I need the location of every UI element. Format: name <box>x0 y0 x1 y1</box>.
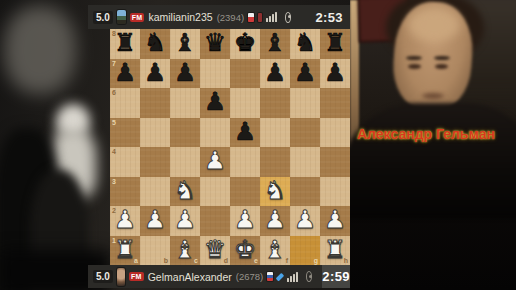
rank-label-4: 4 <box>112 148 116 155</box>
square-g7[interactable]: ♟ <box>290 59 320 89</box>
black-pawn[interactable]: ♟ <box>230 118 260 148</box>
rank-label-5: 5 <box>112 119 116 126</box>
square-a4[interactable]: 4 <box>110 147 140 177</box>
square-g3[interactable] <box>290 177 320 207</box>
square-h3[interactable] <box>320 177 350 207</box>
russia-flag-icon <box>267 272 273 281</box>
square-f1[interactable]: f♝ <box>260 236 290 266</box>
square-g4[interactable] <box>290 147 320 177</box>
chess-app-panel: 5.0 FM kamilianin235 (2394) 2:53 8♜♞♝♛♚♝… <box>88 5 350 288</box>
top-player-clock: 2:53 <box>315 10 345 25</box>
black-pawn[interactable]: ♟ <box>290 59 320 89</box>
streamer-eyebrow <box>434 56 450 60</box>
file-label-h: h <box>344 257 348 264</box>
square-e8[interactable]: ♚ <box>230 29 260 59</box>
square-d2[interactable] <box>200 206 230 236</box>
black-pawn[interactable]: ♟ <box>140 59 170 89</box>
backdrop-dark-piece <box>0 128 60 290</box>
square-d8[interactable]: ♛ <box>200 29 230 59</box>
square-a2[interactable]: 2♟ <box>110 206 140 236</box>
square-h1[interactable]: h♜ <box>320 236 350 266</box>
square-b6[interactable] <box>140 88 170 118</box>
top-player-score: 5.0 <box>93 11 113 24</box>
rank-label-3: 3 <box>112 178 116 185</box>
square-g6[interactable] <box>290 88 320 118</box>
secondary-flag-icon <box>258 13 262 22</box>
black-bishop[interactable]: ♝ <box>260 29 290 59</box>
bottom-player-bar: 5.0 FM GelmanAlexander (2678) 2:59 <box>88 265 350 288</box>
white-pawn[interactable]: ♟ <box>200 147 230 177</box>
square-f7[interactable]: ♟ <box>260 59 290 89</box>
rank-label-8: 8 <box>112 30 116 37</box>
webcam-feed: Александр Гельман <box>350 0 516 290</box>
square-e7[interactable] <box>230 59 260 89</box>
square-c8[interactable]: ♝ <box>170 29 200 59</box>
rank-label-2: 2 <box>112 207 116 214</box>
white-pawn[interactable]: ♟ <box>170 206 200 236</box>
streamer-caption: Александр Гельман <box>357 126 495 142</box>
black-knight[interactable]: ♞ <box>290 29 320 59</box>
white-pawn[interactable]: ♟ <box>290 206 320 236</box>
top-player-title-badge: FM <box>130 13 145 22</box>
black-pawn[interactable]: ♟ <box>170 59 200 89</box>
square-b3[interactable] <box>140 177 170 207</box>
bottom-player-name[interactable]: GelmanAlexander <box>148 271 232 283</box>
streamer-eyebrow <box>406 56 422 60</box>
square-h4[interactable] <box>320 147 350 177</box>
backdrop-blurred-piece <box>4 6 76 94</box>
square-b2[interactable]: ♟ <box>140 206 170 236</box>
square-h8[interactable]: ♜ <box>320 29 350 59</box>
square-c7[interactable]: ♟ <box>170 59 200 89</box>
streamer-hair <box>386 0 484 64</box>
top-player-name[interactable]: kamilianin235 <box>148 11 212 23</box>
white-knight[interactable]: ♞ <box>170 177 200 207</box>
square-h2[interactable]: ♟ <box>320 206 350 236</box>
square-b8[interactable]: ♞ <box>140 29 170 59</box>
file-label-f: f <box>286 257 288 264</box>
square-f8[interactable]: ♝ <box>260 29 290 59</box>
square-a1[interactable]: 1a♜ <box>110 236 140 266</box>
top-player-thumbnail[interactable] <box>117 10 126 24</box>
file-label-a: a <box>134 257 138 264</box>
square-e5[interactable]: ♟ <box>230 118 260 148</box>
file-label-e: e <box>254 257 258 264</box>
square-e4[interactable] <box>230 147 260 177</box>
top-player-rating: (2394) <box>217 12 244 23</box>
square-b4[interactable] <box>140 147 170 177</box>
square-f6[interactable] <box>260 88 290 118</box>
file-label-c: c <box>194 257 198 264</box>
square-h5[interactable] <box>320 118 350 148</box>
square-b5[interactable] <box>140 118 170 148</box>
square-d7[interactable] <box>200 59 230 89</box>
diamond-membership-icon <box>276 272 284 280</box>
poland-flag-icon <box>248 13 254 22</box>
bottom-player-score: 5.0 <box>93 270 113 283</box>
file-label-g: g <box>314 257 318 264</box>
square-c6[interactable] <box>170 88 200 118</box>
black-pawn[interactable]: ♟ <box>320 59 350 89</box>
square-c4[interactable] <box>170 147 200 177</box>
bottom-player-clock: 2:59 <box>322 265 350 288</box>
streamer-eye <box>435 64 448 69</box>
square-c5[interactable] <box>170 118 200 148</box>
rank-label-7: 7 <box>112 60 116 67</box>
streamer-eye <box>408 64 421 69</box>
square-f4[interactable] <box>260 147 290 177</box>
white-pawn[interactable]: ♟ <box>260 206 290 236</box>
square-a8[interactable]: 8♜ <box>110 29 140 59</box>
focus-icon[interactable] <box>306 271 312 282</box>
square-f3[interactable]: ♞ <box>260 177 290 207</box>
square-g1[interactable]: g <box>290 236 320 266</box>
square-c2[interactable]: ♟ <box>170 206 200 236</box>
streamer-forehead <box>408 8 460 42</box>
square-c3[interactable]: ♞ <box>170 177 200 207</box>
square-d5[interactable] <box>200 118 230 148</box>
square-e1[interactable]: e♚ <box>230 236 260 266</box>
webcam-picture-frame <box>357 0 411 43</box>
white-knight[interactable]: ♞ <box>260 177 290 207</box>
bottom-player-avatar[interactable] <box>117 268 125 286</box>
bottom-player-rating: (2678) <box>236 271 263 282</box>
connection-bars-icon <box>287 272 298 282</box>
square-e6[interactable] <box>230 88 260 118</box>
square-e3[interactable] <box>230 177 260 207</box>
top-player-bar: 5.0 FM kamilianin235 (2394) 2:53 <box>88 5 350 29</box>
square-g8[interactable]: ♞ <box>290 29 320 59</box>
black-bishop[interactable]: ♝ <box>170 29 200 59</box>
black-knight[interactable]: ♞ <box>140 29 170 59</box>
square-a7[interactable]: 7♟ <box>110 59 140 89</box>
square-d1[interactable]: d♛ <box>200 236 230 266</box>
streamer-mouth <box>422 93 444 99</box>
square-c1[interactable]: c♝ <box>170 236 200 266</box>
square-b1[interactable]: b <box>140 236 170 266</box>
square-g2[interactable]: ♟ <box>290 206 320 236</box>
square-f5[interactable] <box>260 118 290 148</box>
square-f2[interactable]: ♟ <box>260 206 290 236</box>
black-king[interactable]: ♚ <box>230 29 260 59</box>
file-label-b: b <box>164 257 168 264</box>
black-rook[interactable]: ♜ <box>320 29 350 59</box>
square-b7[interactable]: ♟ <box>140 59 170 89</box>
streamer-face <box>390 0 475 113</box>
square-a6[interactable]: 6 <box>110 88 140 118</box>
streamer-shoulders <box>350 103 516 218</box>
square-e2[interactable]: ♟ <box>230 206 260 236</box>
white-pawn[interactable]: ♟ <box>320 206 350 236</box>
square-d4[interactable]: ♟ <box>200 147 230 177</box>
bottom-player-title-badge: FM <box>129 272 144 281</box>
square-a3[interactable]: 3 <box>110 177 140 207</box>
backdrop-dark-piece <box>30 170 88 290</box>
square-a5[interactable]: 5 <box>110 118 140 148</box>
square-d6[interactable]: ♟ <box>200 88 230 118</box>
square-d3[interactable] <box>200 177 230 207</box>
webcam-background <box>456 0 516 126</box>
connection-bars-icon <box>266 12 277 22</box>
webcam-wall-edge <box>350 0 359 192</box>
rank-label-6: 6 <box>112 89 116 96</box>
chess-board[interactable]: 8♜♞♝♛♚♝♞♜7♟♟♟♟♟♟6♟5♟4♟3♞♞2♟♟♟♟♟♟♟1a♜bc♝d… <box>110 29 350 265</box>
white-pawn[interactable]: ♟ <box>140 206 170 236</box>
file-label-d: d <box>224 257 228 264</box>
black-queen[interactable]: ♛ <box>200 29 230 59</box>
rank-label-1: 1 <box>112 237 116 244</box>
square-g5[interactable] <box>290 118 320 148</box>
square-h7[interactable]: ♟ <box>320 59 350 89</box>
square-h6[interactable] <box>320 88 350 118</box>
black-pawn[interactable]: ♟ <box>200 88 230 118</box>
backdrop-white-pawn-head <box>56 104 90 138</box>
black-pawn[interactable]: ♟ <box>260 59 290 89</box>
focus-icon[interactable] <box>285 12 291 23</box>
white-pawn[interactable]: ♟ <box>230 206 260 236</box>
